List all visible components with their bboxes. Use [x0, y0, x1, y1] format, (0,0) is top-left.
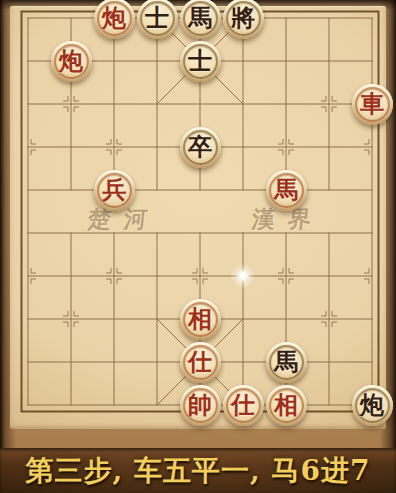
piece-glyph: 馬 — [274, 350, 298, 374]
piece-red-advisor[interactable]: 仕 — [223, 385, 264, 426]
piece-glyph: 炮 — [102, 6, 126, 30]
piece-glyph: 車 — [360, 92, 384, 116]
piece-glyph: 將 — [231, 6, 255, 30]
piece-glyph: 炮 — [360, 393, 384, 417]
piece-glyph: 炮 — [59, 49, 83, 73]
piece-red-horse[interactable]: 馬 — [266, 170, 307, 211]
piece-glyph: 仕 — [231, 393, 255, 417]
piece-black-soldier[interactable]: 卒 — [180, 127, 221, 168]
piece-glyph: 士 — [145, 6, 169, 30]
piece-red-advisor[interactable]: 仕 — [180, 342, 221, 383]
piece-red-general[interactable]: 帥 — [180, 385, 221, 426]
piece-red-chariot[interactable]: 車 — [352, 84, 393, 125]
piece-glyph: 相 — [188, 307, 212, 331]
move-banner: 第三步, 车五平一, 马6进7 — [0, 448, 396, 493]
piece-black-horse[interactable]: 馬 — [266, 342, 307, 383]
river-label-left: 楚河 — [87, 206, 162, 232]
piece-glyph: 卒 — [188, 135, 212, 159]
piece-glyph: 相 — [274, 393, 298, 417]
piece-black-general[interactable]: 將 — [223, 0, 264, 39]
piece-black-horse[interactable]: 馬 — [180, 0, 221, 39]
move-banner-text: 第三步, 车五平一, 马6进7 — [26, 452, 371, 490]
piece-red-cannon[interactable]: 炮 — [51, 41, 92, 82]
piece-glyph: 馬 — [274, 178, 298, 202]
piece-red-elephant[interactable]: 相 — [266, 385, 307, 426]
piece-glyph: 帥 — [188, 393, 212, 417]
piece-red-elephant[interactable]: 相 — [180, 299, 221, 340]
piece-glyph: 馬 — [188, 6, 212, 30]
piece-black-advisor[interactable]: 士 — [137, 0, 178, 39]
piece-glyph: 士 — [188, 49, 212, 73]
piece-glyph: 兵 — [102, 178, 126, 202]
piece-red-cannon[interactable]: 炮 — [94, 0, 135, 39]
xiangqi-app: 楚河 漢界 炮士馬將炮士車卒兵馬相仕馬帥仕相炮 第三步, 车五平一, 马6进7 — [0, 0, 396, 493]
piece-black-advisor[interactable]: 士 — [180, 41, 221, 82]
piece-black-cannon[interactable]: 炮 — [352, 385, 393, 426]
piece-red-soldier[interactable]: 兵 — [94, 170, 135, 211]
piece-glyph: 仕 — [188, 350, 212, 374]
